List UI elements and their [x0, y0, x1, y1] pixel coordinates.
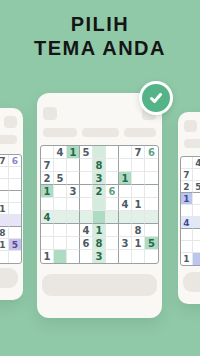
sudoku-cell-r2c9[interactable] [145, 159, 158, 172]
sudoku-cell-r4c7[interactable] [119, 185, 132, 198]
sudoku-cell-r9c8[interactable] [132, 250, 145, 263]
sudoku-cell-r5c4[interactable] [80, 198, 93, 211]
sudoku-cell-r7c8[interactable]: 8 [132, 224, 145, 237]
sudoku-cell-r7c9[interactable] [145, 224, 158, 237]
sudoku-cell-r6c5[interactable] [93, 211, 106, 224]
sudoku-cell-r2c2[interactable] [54, 159, 67, 172]
sudoku-cell-r9c6[interactable] [106, 250, 119, 263]
sudoku-cell-r7c1[interactable] [181, 229, 193, 241]
sudoku-cell-r3c9[interactable] [9, 179, 21, 191]
sudoku-cell-r4c9[interactable] [9, 191, 21, 203]
sudoku-cell-r8c3[interactable] [67, 237, 80, 250]
sudoku-board-green: 4157678253113264144186831513 [40, 145, 159, 264]
sudoku-cell-r3c1[interactable]: 2 [41, 172, 54, 185]
sudoku-cell-r5c3[interactable] [67, 198, 80, 211]
sudoku-cell-r5c2[interactable] [193, 205, 200, 217]
stat-chip-placeholder [184, 139, 200, 148]
sudoku-cell-r1c6[interactable] [106, 146, 119, 159]
sudoku-cell-r1c9[interactable]: 6 [9, 155, 21, 167]
theme-card-blue[interactable]: 4157678253113264144186831513 [178, 112, 200, 304]
sudoku-cell-r4c5[interactable]: 2 [93, 185, 106, 198]
sudoku-cell-r1c4[interactable]: 5 [80, 146, 93, 159]
sudoku-cell-r3c2[interactable]: 5 [54, 172, 67, 185]
sudoku-cell-r9c2[interactable] [193, 253, 200, 265]
sudoku-cell-r9c1[interactable]: 1 [41, 250, 54, 263]
sudoku-cell-r3c6[interactable] [106, 172, 119, 185]
sudoku-cell-r1c2[interactable]: 4 [54, 146, 67, 159]
sudoku-cell-r9c5[interactable]: 3 [93, 250, 106, 263]
stat-chip-placeholder [124, 128, 156, 137]
sudoku-cell-r2c1[interactable]: 7 [181, 169, 193, 181]
sudoku-cell-r3c4[interactable] [80, 172, 93, 185]
numberpad-placeholder [0, 268, 18, 288]
sudoku-cell-r5c1[interactable] [181, 205, 193, 217]
sudoku-cell-r7c3[interactable] [67, 224, 80, 237]
sudoku-cell-r8c8[interactable]: 1 [0, 239, 9, 251]
sudoku-cell-r7c6[interactable] [106, 224, 119, 237]
sudoku-cell-r5c9[interactable] [145, 198, 158, 211]
sudoku-cell-r7c2[interactable] [54, 224, 67, 237]
icon-placeholder-left [43, 107, 57, 120]
sudoku-cell-r2c5[interactable]: 8 [93, 159, 106, 172]
sudoku-cell-r6c8[interactable] [132, 211, 145, 224]
page-title: PILIH TEMA ANDA [0, 12, 200, 60]
sudoku-cell-r3c9[interactable] [145, 172, 158, 185]
page-title-line1: PILIH [0, 12, 200, 36]
sudoku-cell-r4c4[interactable] [80, 185, 93, 198]
sudoku-cell-r4c2[interactable] [193, 193, 200, 205]
sudoku-cell-r8c4[interactable]: 6 [80, 237, 93, 250]
sudoku-cell-r1c2[interactable]: 4 [193, 157, 200, 169]
sudoku-cell-r2c4[interactable] [80, 159, 93, 172]
sudoku-cell-r8c5[interactable]: 8 [93, 237, 106, 250]
stat-chips [184, 139, 200, 148]
sudoku-cell-r5c9[interactable] [9, 203, 21, 215]
theme-card-green[interactable]: 4157678253113264144186831513 [37, 93, 162, 318]
sudoku-cell-r3c8[interactable] [0, 179, 9, 191]
sudoku-cell-r9c9[interactable] [9, 251, 21, 263]
stat-chip-placeholder [82, 128, 119, 137]
sudoku-cell-r8c9[interactable]: 5 [9, 239, 21, 251]
numberpad-placeholder [42, 274, 157, 296]
sudoku-cell-r7c7[interactable] [119, 224, 132, 237]
numberpad-placeholder [183, 272, 200, 292]
sudoku-cell-r5c2[interactable] [54, 198, 67, 211]
sudoku-cell-r8c2[interactable] [54, 237, 67, 250]
sudoku-cell-r6c1[interactable]: 4 [41, 211, 54, 224]
sudoku-cell-r6c2[interactable] [193, 217, 200, 229]
sudoku-cell-r2c7[interactable] [119, 159, 132, 172]
sudoku-board-purple: 4157678253113264144186831513 [0, 154, 22, 264]
stat-chip-placeholder [43, 128, 77, 137]
sudoku-cell-r2c1[interactable]: 7 [41, 159, 54, 172]
sudoku-cell-r1c8[interactable]: 7 [0, 155, 9, 167]
stat-chips [43, 128, 156, 137]
sudoku-cell-r3c2[interactable]: 5 [193, 181, 200, 193]
stat-chips [0, 135, 17, 144]
check-icon [139, 81, 173, 115]
sudoku-cell-r8c9[interactable]: 5 [145, 237, 158, 250]
sudoku-cell-r1c9[interactable]: 6 [145, 146, 158, 159]
sudoku-cell-r1c1[interactable] [181, 157, 193, 169]
sudoku-cell-r6c8[interactable] [0, 215, 9, 227]
sudoku-cell-r3c8[interactable] [132, 172, 145, 185]
sudoku-cell-r2c8[interactable] [0, 167, 9, 179]
sudoku-cell-r9c2[interactable] [54, 250, 67, 263]
sudoku-cell-r8c1[interactable] [181, 241, 193, 253]
sudoku-cell-r9c4[interactable] [80, 250, 93, 263]
sudoku-cell-r1c8[interactable]: 7 [132, 146, 145, 159]
theme-card-purple[interactable]: 4157678253113264144186831513 [0, 108, 23, 300]
page-title-line2: TEMA ANDA [0, 36, 200, 60]
sudoku-cell-r4c8[interactable] [0, 191, 9, 203]
sudoku-cell-r4c8[interactable] [132, 185, 145, 198]
sudoku-cell-r2c8[interactable] [132, 159, 145, 172]
sudoku-cell-r8c2[interactable] [193, 241, 200, 253]
stat-chip-placeholder [0, 135, 17, 144]
icon-placeholder-right [4, 116, 17, 128]
sudoku-cell-r2c2[interactable] [193, 169, 200, 181]
sudoku-cell-r8c7[interactable]: 3 [119, 237, 132, 250]
sudoku-cell-r1c5[interactable] [93, 146, 106, 159]
sudoku-cell-r6c9[interactable] [145, 211, 158, 224]
sudoku-cell-r8c6[interactable] [106, 237, 119, 250]
sudoku-cell-r2c6[interactable] [106, 159, 119, 172]
sudoku-cell-r6c9[interactable] [9, 215, 21, 227]
sudoku-board-blue: 4157678253113264144186831513 [180, 156, 200, 266]
sudoku-cell-r7c2[interactable] [193, 229, 200, 241]
sudoku-cell-r2c9[interactable] [9, 167, 21, 179]
sudoku-cell-r8c8[interactable]: 1 [132, 237, 145, 250]
sudoku-cell-r6c6[interactable] [106, 211, 119, 224]
sudoku-cell-r6c2[interactable] [54, 211, 67, 224]
sudoku-cell-r9c7[interactable] [119, 250, 132, 263]
sudoku-cell-r4c3[interactable]: 3 [67, 185, 80, 198]
sudoku-cell-r1c7[interactable] [119, 146, 132, 159]
sudoku-cell-r3c7[interactable]: 1 [119, 172, 132, 185]
sudoku-cell-r1c3[interactable]: 1 [67, 146, 80, 159]
sudoku-cell-r4c2[interactable] [54, 185, 67, 198]
sudoku-cell-r7c8[interactable]: 8 [0, 227, 9, 239]
sudoku-cell-r9c8[interactable] [0, 251, 9, 263]
sudoku-cell-r8c1[interactable] [41, 237, 54, 250]
sudoku-cell-r7c4[interactable]: 4 [80, 224, 93, 237]
sudoku-cell-r6c1[interactable]: 4 [181, 217, 193, 229]
sudoku-cell-r7c9[interactable] [9, 227, 21, 239]
sudoku-cell-r5c5[interactable] [93, 198, 106, 211]
sudoku-cell-r7c1[interactable] [41, 224, 54, 237]
sudoku-cell-r5c7[interactable]: 4 [119, 198, 132, 211]
sudoku-cell-r4c1[interactable]: 1 [181, 193, 193, 205]
sudoku-cell-r2c3[interactable] [67, 159, 80, 172]
sudoku-cell-r6c4[interactable] [80, 211, 93, 224]
sudoku-cell-r5c8[interactable]: 1 [132, 198, 145, 211]
icon-placeholder-left [184, 120, 197, 132]
sudoku-cell-r3c3[interactable] [67, 172, 80, 185]
sudoku-cell-r1c1[interactable] [41, 146, 54, 159]
sudoku-cell-r9c3[interactable] [67, 250, 80, 263]
sudoku-cell-r6c7[interactable] [119, 211, 132, 224]
sudoku-cell-r5c1[interactable] [41, 198, 54, 211]
sudoku-cell-r7c5[interactable]: 1 [93, 224, 106, 237]
sudoku-cell-r3c5[interactable]: 3 [93, 172, 106, 185]
sudoku-cell-r4c1[interactable]: 1 [41, 185, 54, 198]
sudoku-cell-r9c1[interactable]: 1 [181, 253, 193, 265]
sudoku-cell-r3c1[interactable]: 2 [181, 181, 193, 193]
sudoku-cell-r4c9[interactable] [145, 185, 158, 198]
sudoku-cell-r9c9[interactable] [145, 250, 158, 263]
sudoku-cell-r4c6[interactable]: 6 [106, 185, 119, 198]
sudoku-cell-r5c8[interactable]: 1 [0, 203, 9, 215]
sudoku-cell-r5c6[interactable] [106, 198, 119, 211]
sudoku-cell-r6c3[interactable] [67, 211, 80, 224]
